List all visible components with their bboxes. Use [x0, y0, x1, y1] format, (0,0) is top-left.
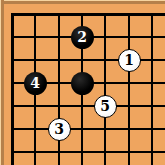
- grid-line-v-1: [11, 13, 14, 165]
- stone-black-move-4: 4: [24, 72, 47, 95]
- grid-line-v-7: [151, 13, 153, 165]
- board-bevel-top: [0, 0, 165, 4]
- stone-black-move-2: 2: [71, 26, 94, 49]
- stone-black-unlabeled: [71, 72, 94, 95]
- stone-white-move-5: 5: [94, 95, 117, 118]
- grid-line-v-5: [104, 13, 106, 165]
- stone-white-move-3: 3: [48, 118, 71, 141]
- grid-line-v-3: [58, 13, 60, 165]
- board-bevel-left: [0, 0, 4, 165]
- stone-white-move-1: 1: [118, 49, 141, 72]
- grid-line-v-6: [128, 13, 130, 165]
- go-board: 21453: [0, 0, 165, 165]
